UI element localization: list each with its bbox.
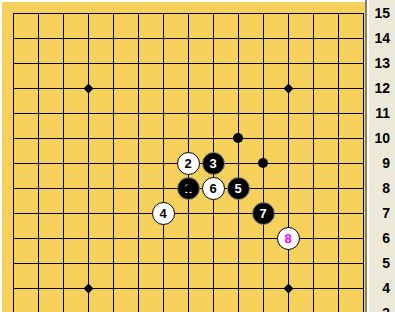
- star-point: [283, 283, 293, 293]
- stone-2-white[interactable]: 2: [177, 152, 200, 175]
- marker-dot: [233, 133, 243, 143]
- row-label-13: 13: [369, 51, 395, 75]
- star-point: [283, 83, 293, 93]
- go-board-window: 12345678 1514131211109876543: [0, 0, 395, 312]
- row-label-8: 8: [369, 176, 395, 200]
- star-point: [83, 283, 93, 293]
- row-label-14: 14: [369, 26, 395, 50]
- stone-4-white[interactable]: 4: [152, 202, 175, 225]
- stone-8-white[interactable]: 8: [277, 227, 300, 250]
- row-label-4: 4: [369, 276, 395, 300]
- stone-6-white[interactable]: 6: [202, 177, 225, 200]
- row-label-7: 7: [369, 201, 395, 225]
- star-point: [83, 83, 93, 93]
- go-board[interactable]: 12345678: [0, 0, 365, 312]
- coordinate-panel: 1514131211109876543: [369, 0, 395, 312]
- stone-7-black[interactable]: 7: [252, 202, 275, 225]
- row-label-3: 3: [369, 301, 395, 312]
- row-label-11: 11: [369, 101, 395, 125]
- row-label-9: 9: [369, 151, 395, 175]
- row-label-10: 10: [369, 126, 395, 150]
- row-label-6: 6: [369, 226, 395, 250]
- row-label-5: 5: [369, 251, 395, 275]
- stone-5-black[interactable]: 5: [227, 177, 250, 200]
- row-label-15: 15: [369, 1, 395, 25]
- stone-3-black[interactable]: 3: [202, 152, 225, 175]
- board-intersections: 12345678: [1, 1, 376, 312]
- marker-dot: [258, 158, 268, 168]
- row-label-12: 12: [369, 76, 395, 100]
